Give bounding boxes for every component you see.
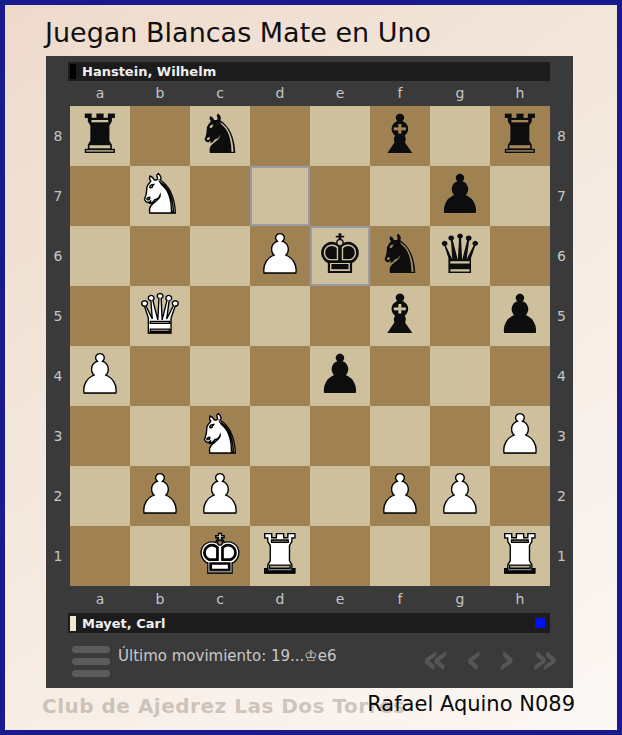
square-e4[interactable]: ♟ [310, 346, 370, 406]
rank-label-8: 8 [557, 128, 566, 144]
file-label-c: c [190, 586, 250, 613]
square-h3[interactable]: ♟ [490, 406, 550, 466]
player-name-black: Hanstein, Wilhelm [82, 64, 216, 79]
square-b4[interactable] [130, 346, 190, 406]
black-pawn-h5[interactable]: ♟ [490, 286, 550, 346]
file-label-e: e [310, 81, 370, 106]
white-pawn-g2[interactable]: ♟ [430, 466, 490, 526]
square-g1[interactable] [430, 526, 490, 586]
black-bishop-f8[interactable]: ♝ [370, 106, 430, 166]
square-f1[interactable] [370, 526, 430, 586]
square-f5[interactable]: ♝ [370, 286, 430, 346]
rank-label-4: 4 [54, 368, 63, 384]
square-c4[interactable] [190, 346, 250, 406]
black-pawn-g7[interactable]: ♟ [430, 166, 490, 226]
file-label-e: e [310, 586, 370, 613]
square-g4[interactable] [430, 346, 490, 406]
square-c6[interactable] [190, 226, 250, 286]
square-g6[interactable]: ♛ [430, 226, 490, 286]
rank-label-3: 3 [54, 428, 63, 444]
rank-labels-right: 87654321 [550, 106, 573, 586]
square-c2[interactable]: ♟ [190, 466, 250, 526]
black-king-e6[interactable]: ♚ [310, 226, 370, 286]
square-a5[interactable] [70, 286, 130, 346]
black-pawn-e4[interactable]: ♟ [310, 346, 370, 406]
black-bishop-f5[interactable]: ♝ [370, 286, 430, 346]
square-g2[interactable]: ♟ [430, 466, 490, 526]
menu-icon[interactable] [72, 646, 110, 677]
file-label-d: d [250, 81, 310, 106]
square-b3[interactable] [130, 406, 190, 466]
white-knight-b7[interactable]: ♞ [130, 166, 190, 226]
square-b1[interactable] [130, 526, 190, 586]
square-e5[interactable] [310, 286, 370, 346]
square-c1[interactable]: ♚ [190, 526, 250, 586]
menu-bar [72, 646, 110, 653]
black-side-color-tab [70, 64, 76, 79]
last-move-label: Último movimiento: 19...♔e6 [118, 647, 337, 665]
square-h8[interactable]: ♜ [490, 106, 550, 166]
square-a2[interactable] [70, 466, 130, 526]
square-c7[interactable] [190, 166, 250, 226]
square-f7[interactable] [370, 166, 430, 226]
side-to-move-indicator [535, 618, 545, 628]
square-b7[interactable]: ♞ [130, 166, 190, 226]
square-d5[interactable] [250, 286, 310, 346]
square-g3[interactable] [430, 406, 490, 466]
square-e3[interactable] [310, 406, 370, 466]
navigation-arrows: «‹›» [418, 633, 562, 685]
rank-label-7: 7 [54, 188, 63, 204]
file-label-d: d [250, 586, 310, 613]
white-pawn-c2[interactable]: ♟ [190, 466, 250, 526]
square-b2[interactable]: ♟ [130, 466, 190, 526]
square-e1[interactable] [310, 526, 370, 586]
square-e6[interactable]: ♚ [310, 226, 370, 286]
player-bar-white: Mayet, Carl [68, 613, 550, 633]
white-pawn-a4[interactable]: ♟ [70, 346, 130, 406]
white-knight-c3[interactable]: ♞ [190, 406, 250, 466]
player-name-white: Mayet, Carl [82, 616, 165, 631]
square-h5[interactable]: ♟ [490, 286, 550, 346]
square-c3[interactable]: ♞ [190, 406, 250, 466]
white-pawn-f2[interactable]: ♟ [370, 466, 430, 526]
square-d1[interactable]: ♜ [250, 526, 310, 586]
white-rook-h1[interactable]: ♜ [490, 526, 550, 586]
rank-label-6: 6 [557, 248, 566, 264]
square-a8[interactable]: ♜ [70, 106, 130, 166]
square-h6[interactable] [490, 226, 550, 286]
square-h2[interactable] [490, 466, 550, 526]
square-f8[interactable]: ♝ [370, 106, 430, 166]
square-c8[interactable]: ♞ [190, 106, 250, 166]
square-d7[interactable] [250, 166, 310, 226]
square-f2[interactable]: ♟ [370, 466, 430, 526]
file-label-b: b [130, 586, 190, 613]
square-f4[interactable] [370, 346, 430, 406]
black-knight-c8[interactable]: ♞ [190, 106, 250, 166]
black-rook-a8[interactable]: ♜ [70, 106, 130, 166]
file-label-f: f [370, 586, 430, 613]
rank-label-5: 5 [54, 308, 63, 324]
player-bar-black: Hanstein, Wilhelm [68, 62, 550, 81]
menu-bar [72, 658, 110, 665]
square-f3[interactable] [370, 406, 430, 466]
square-d3[interactable] [250, 406, 310, 466]
square-b5[interactable]: ♛ [130, 286, 190, 346]
chess-board[interactable]: ♜♞♝♜♞♟♟♚♞♛♛♝♟♟♟♞♟♟♟♟♟♚♜♜ [70, 106, 550, 586]
square-g7[interactable]: ♟ [430, 166, 490, 226]
square-d6[interactable]: ♟ [250, 226, 310, 286]
square-a7[interactable] [70, 166, 130, 226]
square-e8[interactable] [310, 106, 370, 166]
file-label-a: a [70, 586, 130, 613]
white-rook-d1[interactable]: ♜ [250, 526, 310, 586]
square-a1[interactable] [70, 526, 130, 586]
square-h7[interactable] [490, 166, 550, 226]
square-d2[interactable] [250, 466, 310, 526]
file-labels-bottom: abcdefgh [70, 586, 550, 613]
square-e2[interactable] [310, 466, 370, 526]
rank-labels-left: 87654321 [46, 106, 70, 586]
rank-label-2: 2 [54, 488, 63, 504]
square-h1[interactable]: ♜ [490, 526, 550, 586]
rank-label-8: 8 [54, 128, 63, 144]
nav-previous-button[interactable]: ‹ [462, 633, 487, 685]
square-a4[interactable]: ♟ [70, 346, 130, 406]
nav-last-button[interactable]: » [528, 633, 562, 685]
rank-label-7: 7 [557, 188, 566, 204]
nav-first-button[interactable]: « [418, 633, 452, 685]
club-watermark: Club de Ajedrez Las Dos Torres [42, 694, 405, 718]
square-g5[interactable] [430, 286, 490, 346]
black-queen-g6[interactable]: ♛ [430, 226, 490, 286]
rank-label-5: 5 [557, 308, 566, 324]
square-a3[interactable] [70, 406, 130, 466]
page-frame: Juegan Blancas Mate en Uno Hanstein, Wil… [0, 0, 622, 735]
white-king-c1[interactable]: ♚ [190, 526, 250, 586]
square-e7[interactable] [310, 166, 370, 226]
square-d8[interactable] [250, 106, 310, 166]
square-d4[interactable] [250, 346, 310, 406]
square-g8[interactable] [430, 106, 490, 166]
file-label-h: h [490, 586, 550, 613]
square-h4[interactable] [490, 346, 550, 406]
square-a6[interactable] [70, 226, 130, 286]
square-b8[interactable] [130, 106, 190, 166]
move-controls: Último movimiento: 19...♔e6 «‹›» [46, 633, 573, 688]
rank-label-1: 1 [54, 548, 63, 564]
file-labels-top: abcdefgh [70, 81, 550, 106]
square-f6[interactable]: ♞ [370, 226, 430, 286]
author-credit: Rafael Aquino N089 [367, 692, 575, 716]
white-pawn-h3[interactable]: ♟ [490, 406, 550, 466]
white-queen-b5[interactable]: ♛ [130, 286, 190, 346]
square-b6[interactable] [130, 226, 190, 286]
white-pawn-d6[interactable]: ♟ [250, 226, 310, 286]
file-label-g: g [430, 586, 490, 613]
rank-label-6: 6 [54, 248, 63, 264]
white-pawn-b2[interactable]: ♟ [130, 466, 190, 526]
rank-label-2: 2 [557, 488, 566, 504]
black-rook-h8[interactable]: ♜ [490, 106, 550, 166]
nav-next-button[interactable]: › [495, 633, 520, 685]
rank-label-4: 4 [557, 368, 566, 384]
chess-widget-panel: Hanstein, Wilhelm abcdefgh 87654321 ♜♞♝♜… [46, 56, 573, 688]
black-knight-f6[interactable]: ♞ [370, 226, 430, 286]
rank-label-3: 3 [557, 428, 566, 444]
white-side-color-tab [70, 616, 76, 631]
page-title: Juegan Blancas Mate en Uno [45, 17, 431, 49]
square-c5[interactable] [190, 286, 250, 346]
file-label-g: g [430, 81, 490, 106]
rank-label-1: 1 [557, 548, 566, 564]
file-label-b: b [130, 81, 190, 106]
menu-bar [72, 670, 110, 677]
